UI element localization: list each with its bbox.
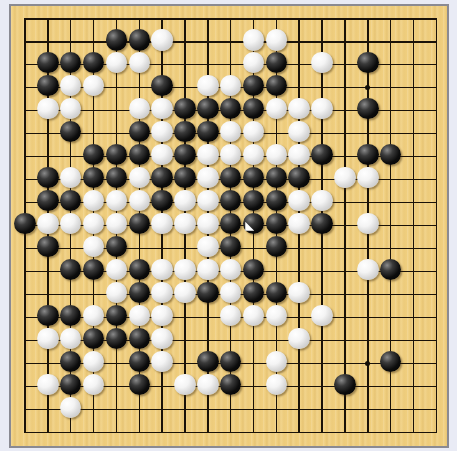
star-point — [365, 361, 370, 366]
white-stone[interactable] — [288, 98, 310, 120]
white-stone[interactable] — [151, 351, 173, 373]
black-stone[interactable] — [83, 144, 105, 166]
black-stone[interactable] — [83, 328, 105, 350]
white-stone[interactable] — [151, 144, 173, 166]
white-stone[interactable] — [220, 259, 242, 281]
white-stone[interactable] — [266, 351, 288, 373]
black-stone[interactable] — [197, 98, 219, 120]
grid-horizontal-line — [24, 432, 437, 434]
white-stone[interactable] — [357, 259, 379, 281]
go-board[interactable] — [9, 4, 449, 448]
black-stone[interactable] — [37, 75, 59, 97]
white-stone[interactable] — [197, 236, 219, 258]
black-stone[interactable] — [106, 328, 128, 350]
white-stone[interactable] — [151, 328, 173, 350]
black-stone[interactable] — [151, 75, 173, 97]
white-stone[interactable] — [197, 190, 219, 212]
black-stone[interactable] — [129, 213, 151, 235]
black-stone[interactable] — [129, 29, 151, 51]
white-stone[interactable] — [266, 374, 288, 396]
black-stone[interactable] — [60, 121, 82, 143]
white-stone[interactable] — [266, 305, 288, 327]
black-stone[interactable] — [220, 374, 242, 396]
white-stone[interactable] — [106, 52, 128, 74]
white-stone[interactable] — [288, 328, 310, 350]
white-stone[interactable] — [288, 190, 310, 212]
black-stone[interactable] — [334, 374, 356, 396]
black-stone[interactable] — [60, 259, 82, 281]
black-stone[interactable] — [83, 259, 105, 281]
white-stone[interactable] — [174, 259, 196, 281]
white-stone[interactable] — [288, 121, 310, 143]
white-stone[interactable] — [174, 213, 196, 235]
white-stone[interactable] — [83, 190, 105, 212]
black-stone[interactable] — [60, 190, 82, 212]
white-stone[interactable] — [37, 328, 59, 350]
black-stone[interactable] — [220, 236, 242, 258]
black-stone[interactable] — [151, 190, 173, 212]
black-stone[interactable] — [243, 282, 265, 304]
black-stone[interactable] — [83, 167, 105, 189]
white-stone[interactable] — [129, 98, 151, 120]
white-stone[interactable] — [83, 305, 105, 327]
white-stone[interactable] — [220, 144, 242, 166]
black-stone[interactable] — [37, 305, 59, 327]
black-stone[interactable] — [380, 259, 402, 281]
white-stone[interactable] — [129, 167, 151, 189]
black-stone[interactable] — [129, 144, 151, 166]
black-stone[interactable] — [129, 351, 151, 373]
white-stone[interactable] — [243, 305, 265, 327]
white-stone[interactable] — [220, 121, 242, 143]
white-stone[interactable] — [174, 374, 196, 396]
white-stone[interactable] — [197, 167, 219, 189]
white-stone[interactable] — [129, 190, 151, 212]
white-stone[interactable] — [60, 167, 82, 189]
black-stone[interactable] — [106, 29, 128, 51]
black-stone[interactable] — [60, 305, 82, 327]
black-stone[interactable] — [220, 213, 242, 235]
white-stone[interactable] — [106, 190, 128, 212]
white-stone[interactable] — [151, 305, 173, 327]
white-stone[interactable] — [220, 305, 242, 327]
black-stone[interactable] — [197, 351, 219, 373]
white-stone[interactable] — [129, 52, 151, 74]
white-stone[interactable] — [106, 213, 128, 235]
black-stone[interactable] — [106, 167, 128, 189]
black-stone[interactable] — [220, 190, 242, 212]
black-stone[interactable] — [129, 328, 151, 350]
white-stone[interactable] — [83, 213, 105, 235]
black-stone[interactable] — [60, 351, 82, 373]
white-stone[interactable] — [83, 374, 105, 396]
black-stone[interactable] — [83, 52, 105, 74]
white-stone[interactable] — [243, 52, 265, 74]
black-stone[interactable] — [174, 121, 196, 143]
black-stone[interactable] — [266, 75, 288, 97]
black-stone[interactable] — [266, 213, 288, 235]
white-stone[interactable] — [243, 29, 265, 51]
black-stone[interactable] — [174, 167, 196, 189]
black-stone[interactable] — [243, 167, 265, 189]
white-stone[interactable] — [37, 213, 59, 235]
black-stone[interactable] — [174, 144, 196, 166]
black-stone[interactable] — [266, 52, 288, 74]
last-move-triangle-marker — [245, 222, 254, 231]
black-stone[interactable] — [266, 167, 288, 189]
black-stone[interactable] — [220, 351, 242, 373]
white-stone[interactable] — [357, 167, 379, 189]
white-stone[interactable] — [266, 29, 288, 51]
white-stone[interactable] — [151, 259, 173, 281]
black-stone[interactable] — [380, 144, 402, 166]
black-stone[interactable] — [106, 144, 128, 166]
black-stone[interactable] — [266, 236, 288, 258]
white-stone[interactable] — [243, 144, 265, 166]
white-stone[interactable] — [151, 98, 173, 120]
white-stone[interactable] — [288, 213, 310, 235]
black-stone[interactable] — [14, 213, 36, 235]
white-stone[interactable] — [60, 328, 82, 350]
black-stone[interactable] — [243, 190, 265, 212]
white-stone[interactable] — [311, 52, 333, 74]
white-stone[interactable] — [174, 190, 196, 212]
black-stone[interactable] — [37, 52, 59, 74]
black-stone[interactable] — [37, 190, 59, 212]
black-stone[interactable] — [243, 213, 265, 235]
black-stone[interactable] — [357, 98, 379, 120]
black-stone[interactable] — [197, 121, 219, 143]
white-stone[interactable] — [60, 213, 82, 235]
grid-horizontal-line — [24, 41, 437, 43]
star-point — [365, 85, 370, 90]
black-stone[interactable] — [106, 305, 128, 327]
black-stone[interactable] — [37, 236, 59, 258]
black-stone[interactable] — [151, 167, 173, 189]
white-stone[interactable] — [220, 282, 242, 304]
go-game-screenshot — [0, 0, 457, 451]
black-stone[interactable] — [129, 374, 151, 396]
white-stone[interactable] — [83, 351, 105, 373]
white-stone[interactable] — [288, 282, 310, 304]
grid-horizontal-line — [24, 18, 437, 20]
black-stone[interactable] — [243, 259, 265, 281]
white-stone[interactable] — [151, 213, 173, 235]
black-stone[interactable] — [129, 259, 151, 281]
black-stone[interactable] — [106, 236, 128, 258]
white-stone[interactable] — [151, 121, 173, 143]
white-stone[interactable] — [151, 29, 173, 51]
white-stone[interactable] — [197, 374, 219, 396]
black-stone[interactable] — [311, 144, 333, 166]
white-stone[interactable] — [174, 282, 196, 304]
white-stone[interactable] — [311, 190, 333, 212]
white-stone[interactable] — [129, 305, 151, 327]
white-stone[interactable] — [288, 144, 310, 166]
white-stone[interactable] — [106, 282, 128, 304]
black-stone[interactable] — [129, 121, 151, 143]
white-stone[interactable] — [197, 213, 219, 235]
white-stone[interactable] — [311, 305, 333, 327]
white-stone[interactable] — [266, 144, 288, 166]
white-stone[interactable] — [83, 236, 105, 258]
white-stone[interactable] — [197, 259, 219, 281]
grid-horizontal-line — [24, 409, 437, 411]
black-stone[interactable] — [357, 52, 379, 74]
black-stone[interactable] — [220, 167, 242, 189]
black-stone[interactable] — [311, 213, 333, 235]
white-stone[interactable] — [60, 397, 82, 419]
black-stone[interactable] — [60, 374, 82, 396]
white-stone[interactable] — [243, 121, 265, 143]
black-stone[interactable] — [174, 98, 196, 120]
black-stone[interactable] — [243, 75, 265, 97]
white-stone[interactable] — [83, 75, 105, 97]
white-stone[interactable] — [220, 75, 242, 97]
white-stone[interactable] — [151, 282, 173, 304]
white-stone[interactable] — [106, 259, 128, 281]
white-stone[interactable] — [60, 98, 82, 120]
black-stone[interactable] — [197, 282, 219, 304]
white-stone[interactable] — [197, 144, 219, 166]
black-stone[interactable] — [129, 282, 151, 304]
black-stone[interactable] — [243, 98, 265, 120]
white-stone[interactable] — [334, 167, 356, 189]
white-stone[interactable] — [266, 98, 288, 120]
white-stone[interactable] — [357, 213, 379, 235]
black-stone[interactable] — [266, 190, 288, 212]
black-stone[interactable] — [288, 167, 310, 189]
black-stone[interactable] — [37, 167, 59, 189]
white-stone[interactable] — [37, 98, 59, 120]
white-stone[interactable] — [311, 98, 333, 120]
black-stone[interactable] — [380, 351, 402, 373]
white-stone[interactable] — [37, 374, 59, 396]
white-stone[interactable] — [197, 75, 219, 97]
black-stone[interactable] — [60, 52, 82, 74]
black-stone[interactable] — [220, 98, 242, 120]
white-stone[interactable] — [60, 75, 82, 97]
black-stone[interactable] — [357, 144, 379, 166]
black-stone[interactable] — [266, 282, 288, 304]
